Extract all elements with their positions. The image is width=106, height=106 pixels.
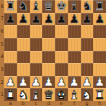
square-g4[interactable] [81,51,94,64]
file-label-h: h [93,101,106,106]
square-h2[interactable]: ♟ [93,76,106,89]
square-h8[interactable]: ♜ [93,0,106,13]
piece-white-rook[interactable]: ♜ [5,88,16,100]
piece-black-rook[interactable]: ♜ [94,0,105,12]
piece-white-pawn[interactable]: ♟ [18,76,29,88]
piece-black-bishop[interactable]: ♝ [69,0,80,12]
square-b8[interactable]: ♞ [17,0,30,13]
square-b6[interactable] [17,25,30,38]
square-b2[interactable]: ♟ [17,76,30,89]
file-label-b: b [17,101,30,106]
square-h7[interactable]: ♟ [93,13,106,26]
square-g7[interactable]: ♟ [81,13,94,26]
piece-white-knight[interactable]: ♞ [18,88,29,100]
square-d1[interactable]: ♛ [42,88,55,101]
square-h1[interactable]: ♜ [93,88,106,101]
square-f3[interactable] [68,63,81,76]
piece-black-pawn[interactable]: ♟ [94,13,105,25]
square-d2[interactable]: ♟ [42,76,55,89]
piece-black-pawn[interactable]: ♟ [43,13,54,25]
piece-white-knight[interactable]: ♞ [81,88,92,100]
piece-white-bishop[interactable]: ♝ [30,88,41,100]
square-g3[interactable] [81,63,94,76]
square-h6[interactable] [93,25,106,38]
square-a5[interactable] [4,38,17,51]
square-d7[interactable]: ♟ [42,13,55,26]
square-b4[interactable] [17,51,30,64]
square-d5[interactable] [42,38,55,51]
square-a4[interactable] [4,51,17,64]
square-h5[interactable] [93,38,106,51]
piece-white-king[interactable]: ♚ [56,88,67,100]
square-e5[interactable] [55,38,68,51]
file-label-f: f [68,101,81,106]
square-d3[interactable] [42,63,55,76]
square-h3[interactable] [93,63,106,76]
square-g1[interactable]: ♞ [81,88,94,101]
piece-black-rook[interactable]: ♜ [5,0,16,12]
file-labels: abcdefgh [4,101,106,106]
square-c6[interactable] [30,25,43,38]
square-a1[interactable]: ♜ [4,88,17,101]
square-c5[interactable] [30,38,43,51]
square-d4[interactable] [42,51,55,64]
piece-black-knight[interactable]: ♞ [81,0,92,12]
square-h4[interactable] [93,51,106,64]
square-f2[interactable]: ♟ [68,76,81,89]
square-c4[interactable] [30,51,43,64]
piece-black-bishop[interactable]: ♝ [30,0,41,12]
square-d6[interactable] [42,25,55,38]
file-label-c: c [30,101,43,106]
file-label-g: g [81,101,94,106]
square-c2[interactable]: ♟ [30,76,43,89]
square-b1[interactable]: ♞ [17,88,30,101]
square-f5[interactable] [68,38,81,51]
piece-white-pawn[interactable]: ♟ [30,76,41,88]
square-e4[interactable] [55,51,68,64]
square-g5[interactable] [81,38,94,51]
square-c1[interactable]: ♝ [30,88,43,101]
file-label-a: a [4,101,17,106]
square-f8[interactable]: ♝ [68,0,81,13]
piece-black-pawn[interactable]: ♟ [81,13,92,25]
square-a2[interactable]: ♟ [4,76,17,89]
square-f4[interactable] [68,51,81,64]
file-label-d: d [42,101,55,106]
square-e2[interactable]: ♟ [55,76,68,89]
piece-black-pawn[interactable]: ♟ [30,13,41,25]
square-f1[interactable]: ♝ [68,88,81,101]
square-d8[interactable]: ♛ [42,0,55,13]
square-c7[interactable]: ♟ [30,13,43,26]
square-e7[interactable]: ♟ [55,13,68,26]
square-b7[interactable]: ♟ [17,13,30,26]
square-f7[interactable]: ♟ [68,13,81,26]
piece-black-queen[interactable]: ♛ [43,0,54,12]
square-a3[interactable] [4,63,17,76]
square-a7[interactable]: ♟ [4,13,17,26]
square-c8[interactable]: ♝ [30,0,43,13]
square-e6[interactable] [55,25,68,38]
piece-white-queen[interactable]: ♛ [43,88,54,100]
chess-board-app: 87654321 ♜♞♝♛♚♝♞♜♟♟♟♟♟♟♟♟♟♟♟♟♟♟♟♟♜♞♝♛♚♝♞… [0,0,106,106]
square-e3[interactable] [55,63,68,76]
piece-black-king[interactable]: ♚ [56,0,67,12]
piece-black-pawn[interactable]: ♟ [56,13,67,25]
piece-black-pawn[interactable]: ♟ [69,13,80,25]
piece-white-pawn[interactable]: ♟ [94,76,105,88]
square-b5[interactable] [17,38,30,51]
square-g8[interactable]: ♞ [81,0,94,13]
square-b3[interactable] [17,63,30,76]
square-g6[interactable] [81,25,94,38]
piece-white-pawn[interactable]: ♟ [81,76,92,88]
square-e1[interactable]: ♚ [55,88,68,101]
chess-board: ♜♞♝♛♚♝♞♜♟♟♟♟♟♟♟♟♟♟♟♟♟♟♟♟♜♞♝♛♚♝♞♜ [4,0,106,101]
file-label-e: e [55,101,68,106]
piece-black-pawn[interactable]: ♟ [5,13,16,25]
piece-white-pawn[interactable]: ♟ [69,76,80,88]
square-a6[interactable] [4,25,17,38]
square-c3[interactable] [30,63,43,76]
piece-black-knight[interactable]: ♞ [18,0,29,12]
square-g2[interactable]: ♟ [81,76,94,89]
square-f6[interactable] [68,25,81,38]
piece-black-pawn[interactable]: ♟ [18,13,29,25]
square-a8[interactable]: ♜ [4,0,17,13]
piece-white-bishop[interactable]: ♝ [69,88,80,100]
piece-white-rook[interactable]: ♜ [94,88,105,100]
piece-white-pawn[interactable]: ♟ [56,76,67,88]
piece-white-pawn[interactable]: ♟ [5,76,16,88]
square-e8[interactable]: ♚ [55,0,68,13]
piece-white-pawn[interactable]: ♟ [43,76,54,88]
